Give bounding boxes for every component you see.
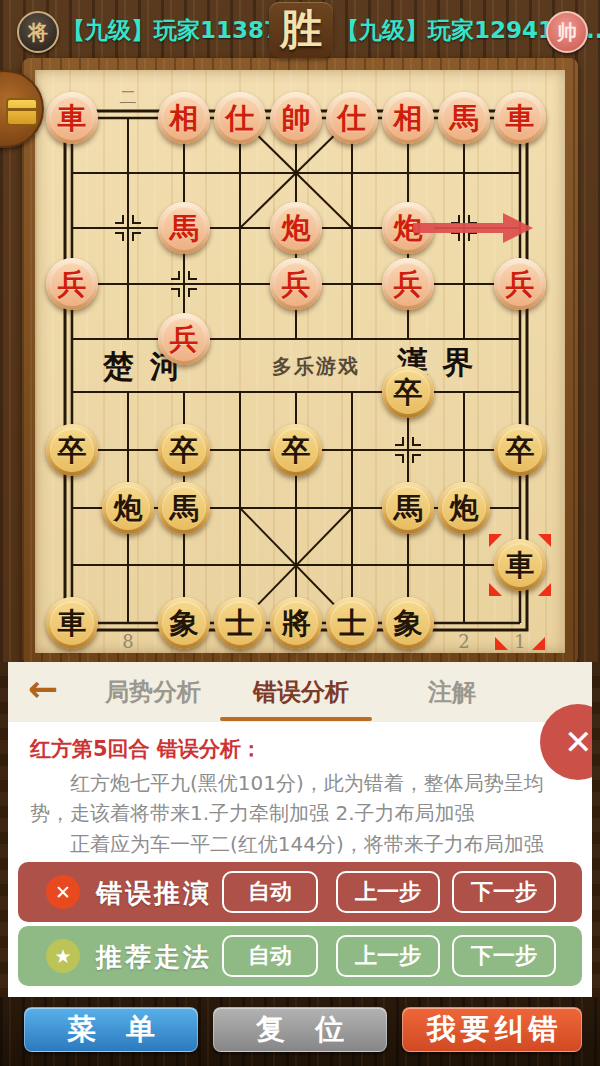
file-label-bottom-8: 8	[122, 631, 133, 652]
piece-red-兵-r3c8[interactable]: 兵	[494, 258, 546, 310]
panel-left-edge	[0, 662, 8, 997]
piece-red-仕-r0c3[interactable]: 仕	[214, 92, 266, 144]
piece-black-士-r9c3[interactable]: 士	[214, 597, 266, 649]
star-circle-icon: ★	[46, 939, 80, 973]
piece-black-炮-r7c1[interactable]: 炮	[102, 482, 154, 534]
piece-black-象-r9c2[interactable]: 象	[158, 597, 210, 649]
tab-situation-analysis[interactable]: 局势分析	[105, 676, 201, 708]
file-label-bottom-1: 1	[514, 631, 525, 652]
river-app-watermark: 多乐游戏	[272, 353, 360, 380]
lastmove-bracket-bl	[489, 583, 502, 596]
lastmove-bracket-tr	[538, 534, 551, 547]
black-general-glyph: 将	[28, 19, 48, 46]
analysis-paragraph: 红方炮七平九(黑优101分)，此为错着，整体局势呈均势，走该着将带来1.子力牵制…	[30, 768, 572, 829]
piece-black-卒-r6c2[interactable]: 卒	[158, 424, 210, 476]
xiangqi-board[interactable]: 楚河 多乐游戏 漢界 二 8 2 1 車相仕帥仕相馬車馬炮炮兵兵兵兵兵卒卒卒卒卒…	[35, 70, 565, 653]
analysis-title: 红方第5回合 错误分析：	[30, 735, 262, 763]
piece-red-馬-r0c7[interactable]: 馬	[438, 92, 490, 144]
dest-file-mark-right	[532, 637, 545, 650]
piece-red-車-r0c8[interactable]: 車	[494, 92, 546, 144]
analysis-body: 红方炮七平九(黑优101分)，此为错着，整体局势呈均势，走该着将带来1.子力牵制…	[30, 768, 572, 859]
xiangqi-board-frame: 楚河 多乐游戏 漢界 二 8 2 1 車相仕帥仕相馬車馬炮炮兵兵兵兵兵卒卒卒卒卒…	[22, 58, 578, 665]
error-prev-step-button[interactable]: 上一步	[336, 871, 440, 913]
piece-red-兵-r4c2[interactable]: 兵	[158, 313, 210, 365]
piece-black-士-r9c5[interactable]: 士	[326, 597, 378, 649]
red-general-glyph: 帅	[557, 19, 577, 46]
report-error-button[interactable]: 我要纠错	[402, 1007, 582, 1052]
panel-right-edge	[592, 662, 600, 997]
error-next-step-button[interactable]: 下一步	[452, 871, 556, 913]
piece-red-相-r0c2[interactable]: 相	[158, 92, 210, 144]
bottom-toolbar: 菜单 复位 我要纠错	[0, 997, 600, 1066]
error-auto-button[interactable]: 自动	[222, 871, 318, 913]
analysis-tabbar: ← 局势分析 错误分析 注解	[8, 662, 592, 723]
piece-black-將-r9c4[interactable]: 將	[270, 597, 322, 649]
piece-red-兵-r3c6[interactable]: 兵	[382, 258, 434, 310]
error-replay-row: ✕ 错误推演 自动 上一步 下一步	[18, 862, 582, 922]
piece-red-兵-r3c4[interactable]: 兵	[270, 258, 322, 310]
match-header: 将 【九级】玩家1138744.. 胜 【九级】玩家1294187.. 帅	[0, 0, 600, 60]
piece-red-仕-r0c5[interactable]: 仕	[326, 92, 378, 144]
piece-black-卒-r6c0[interactable]: 卒	[46, 424, 98, 476]
recommended-move-row: ★ 推荐走法 自动 上一步 下一步	[18, 926, 582, 986]
file-label-top-2: 二	[120, 86, 137, 109]
recommend-next-step-button[interactable]: 下一步	[452, 935, 556, 977]
menu-button[interactable]: 菜单	[24, 1007, 198, 1052]
piece-black-卒-r6c8[interactable]: 卒	[494, 424, 546, 476]
piece-black-馬-r7c2[interactable]: 馬	[158, 482, 210, 534]
piece-red-炮-r2c4[interactable]: 炮	[270, 202, 322, 254]
lastmove-bracket-br	[538, 583, 551, 596]
tab-annotation[interactable]: 注解	[428, 676, 476, 708]
x-circle-icon: ✕	[46, 875, 80, 909]
piece-red-車-r0c0[interactable]: 車	[46, 92, 98, 144]
dest-file-mark-left	[495, 637, 508, 650]
piece-black-馬-r7c6[interactable]: 馬	[382, 482, 434, 534]
win-label: 胜	[280, 2, 322, 58]
error-analysis-panel: 红方第5回合 错误分析： 红方炮七平九(黑优101分)，此为错着，整体局势呈均势…	[8, 722, 592, 997]
piece-red-馬-r2c2[interactable]: 馬	[158, 202, 210, 254]
lastmove-bracket-tl	[489, 534, 502, 547]
recommend-auto-button[interactable]: 自动	[222, 935, 318, 977]
piece-black-車-r9c0[interactable]: 車	[46, 597, 98, 649]
piece-red-帥-r0c4[interactable]: 帥	[270, 92, 322, 144]
black-side-badge: 将	[17, 11, 59, 53]
piece-black-炮-r7c7[interactable]: 炮	[438, 482, 490, 534]
result-plaque: 胜	[269, 2, 333, 58]
close-icon: ✕	[564, 722, 593, 762]
tab-error-analysis[interactable]: 错误分析	[253, 676, 349, 708]
red-side-badge: 帅	[546, 11, 588, 53]
piece-black-卒-r5c6[interactable]: 卒	[382, 366, 434, 418]
piece-black-卒-r6c4[interactable]: 卒	[270, 424, 322, 476]
error-replay-label: 错误推演	[96, 876, 212, 911]
recommended-move-label: 推荐走法	[96, 940, 212, 975]
piece-red-兵-r3c0[interactable]: 兵	[46, 258, 98, 310]
reset-button[interactable]: 复位	[213, 1007, 387, 1052]
piece-black-象-r9c6[interactable]: 象	[382, 597, 434, 649]
recommend-prev-step-button[interactable]: 上一步	[336, 935, 440, 977]
piece-red-相-r0c6[interactable]: 相	[382, 92, 434, 144]
treasure-chest-icon	[6, 98, 38, 126]
file-label-bottom-2: 2	[458, 631, 469, 652]
active-tab-underline	[220, 717, 372, 721]
analysis-paragraph: 正着应为车一平二(红优144分)，将带来子力布局加强	[30, 829, 572, 859]
back-arrow-icon[interactable]: ←	[28, 668, 58, 709]
piece-red-炮-r2c6[interactable]: 炮	[382, 202, 434, 254]
